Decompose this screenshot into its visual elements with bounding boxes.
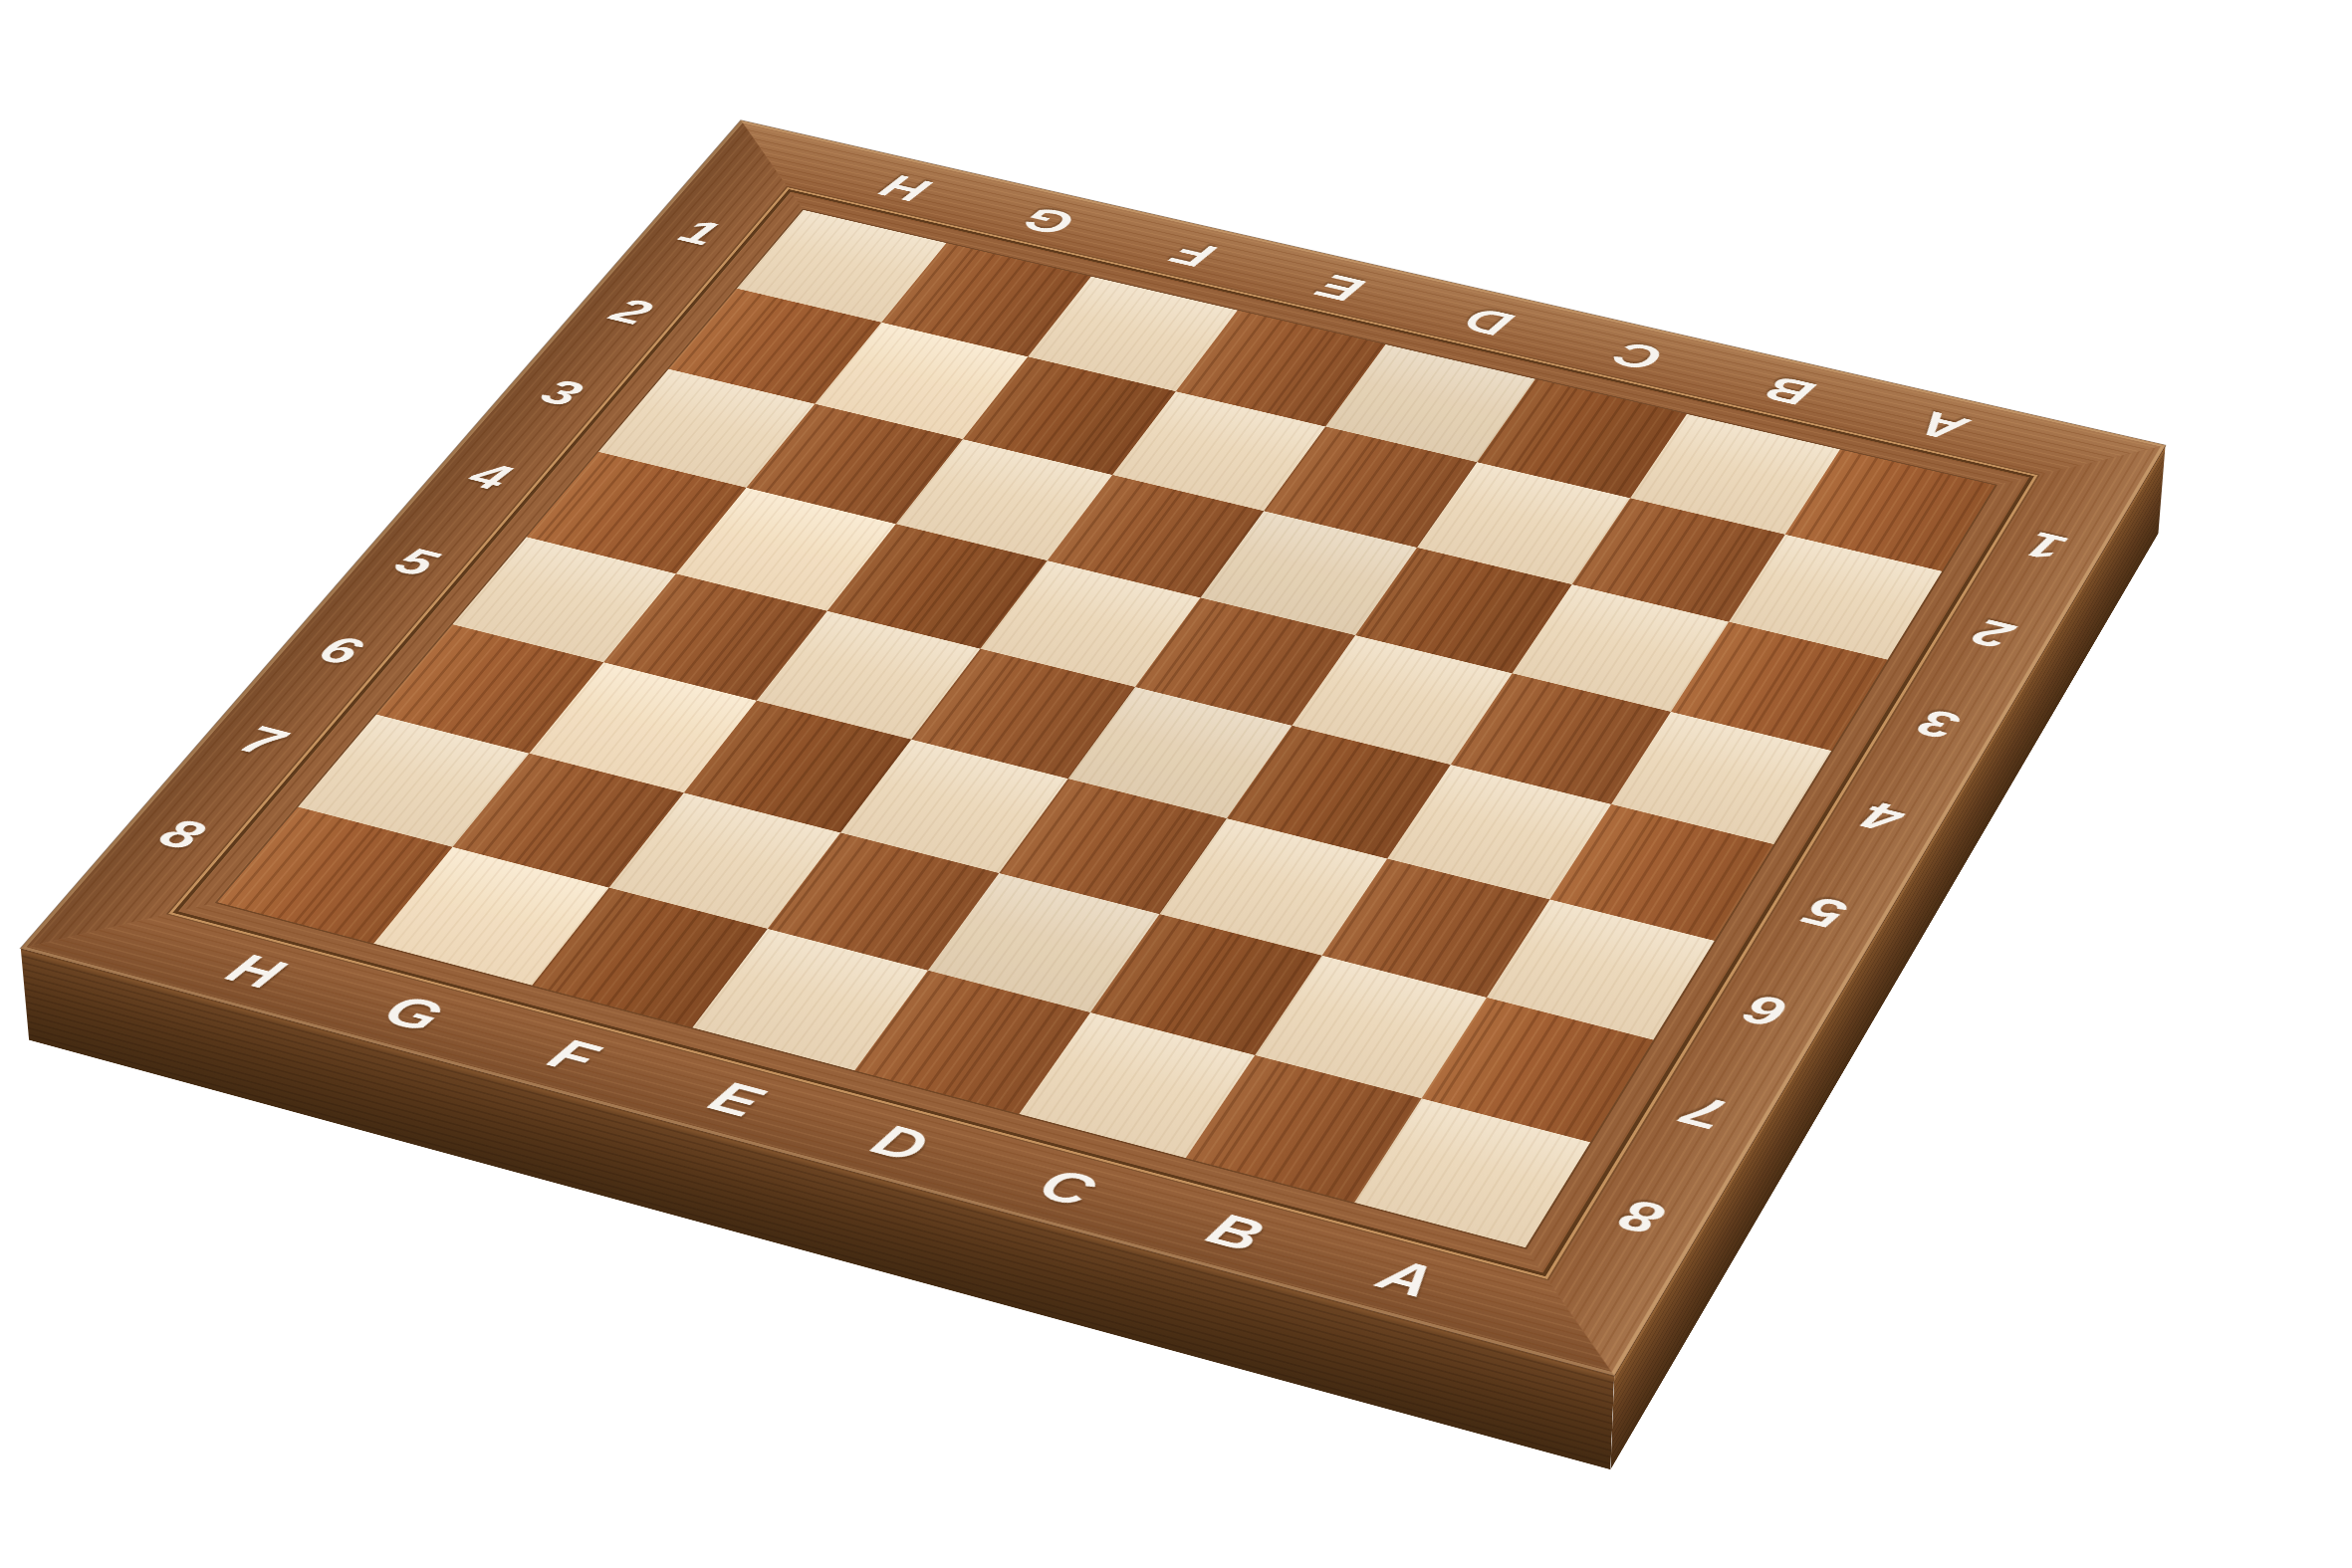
chessboard: HGFEDCBA HGFEDCBA 12345678 12345678 xyxy=(21,120,2166,1376)
scene: HGFEDCBA HGFEDCBA 12345678 12345678 xyxy=(0,0,2352,1568)
